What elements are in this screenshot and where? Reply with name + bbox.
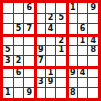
cell-r2c7[interactable] (67, 14, 77, 24)
cell-r9c1[interactable]: 1 (3, 88, 13, 98)
cell-r2c3[interactable] (24, 14, 34, 24)
cell-r8c3[interactable] (24, 78, 34, 88)
cell-r1c3[interactable]: 6 (24, 3, 34, 13)
cell-r8c4[interactable]: 3 (35, 78, 45, 88)
cell-r3c5[interactable]: 4 (46, 24, 56, 34)
cell-r3c3[interactable]: 7 (24, 24, 34, 34)
cell-r3c9[interactable] (88, 24, 98, 34)
cell-r1c8[interactable] (78, 3, 88, 13)
cell-r9c2[interactable] (14, 88, 24, 98)
cell-r3c8[interactable]: 6 (78, 24, 88, 34)
sudoku-board: 6192557462145918327619439198 (0, 0, 101, 101)
cell-r4c8[interactable]: 1 (78, 35, 88, 45)
cell-r1c6[interactable] (56, 3, 66, 13)
cell-r6c2[interactable]: 2 (14, 56, 24, 66)
cell-r7c3[interactable] (24, 67, 34, 77)
cell-r4c4[interactable] (35, 35, 45, 45)
cell-r7c1[interactable] (3, 67, 13, 77)
cell-r1c1[interactable] (3, 3, 13, 13)
cell-r4c5[interactable] (46, 35, 56, 45)
cell-r1c2[interactable] (14, 3, 24, 13)
cell-r7c8[interactable]: 4 (78, 67, 88, 77)
cell-r4c3[interactable] (24, 35, 34, 45)
cell-r5c7[interactable] (67, 46, 77, 56)
cell-r9c9[interactable] (88, 88, 98, 98)
cell-r4c1[interactable] (3, 35, 13, 45)
cell-r3c4[interactable] (35, 24, 45, 34)
cell-r2c2[interactable] (14, 14, 24, 24)
cell-r2c5[interactable]: 2 (46, 14, 56, 24)
cell-r7c9[interactable] (88, 67, 98, 77)
cell-r8c5[interactable]: 9 (46, 78, 56, 88)
cell-r6c6[interactable] (56, 56, 66, 66)
cell-r6c8[interactable] (78, 56, 88, 66)
cell-r7c6[interactable] (56, 67, 66, 77)
cell-r8c1[interactable] (3, 78, 13, 88)
cell-r3c6[interactable] (56, 24, 66, 34)
cell-r9c8[interactable] (78, 88, 88, 98)
cell-r4c7[interactable] (67, 35, 77, 45)
cell-r8c9[interactable] (88, 78, 98, 88)
cell-r2c6[interactable]: 5 (56, 14, 66, 24)
cell-r7c4[interactable] (35, 67, 45, 77)
cell-r7c2[interactable]: 6 (14, 67, 24, 77)
cell-r1c5[interactable] (46, 3, 56, 13)
cell-r5c1[interactable]: 5 (3, 46, 13, 56)
cell-r3c2[interactable]: 5 (14, 24, 24, 34)
cell-r6c7[interactable] (67, 56, 77, 66)
cell-r8c7[interactable] (67, 78, 77, 88)
cell-r6c5[interactable] (46, 56, 56, 66)
cell-r6c3[interactable] (24, 56, 34, 66)
cell-r3c1[interactable] (3, 24, 13, 34)
cell-r8c6[interactable] (56, 78, 66, 88)
cell-r7c7[interactable]: 9 (67, 67, 77, 77)
cell-r2c1[interactable] (3, 14, 13, 24)
cell-r6c4[interactable]: 7 (35, 56, 45, 66)
cell-r4c9[interactable]: 4 (88, 35, 98, 45)
cell-r9c3[interactable]: 9 (24, 88, 34, 98)
cell-r8c8[interactable] (78, 78, 88, 88)
cell-r4c2[interactable] (14, 35, 24, 45)
cell-r1c9[interactable]: 9 (88, 3, 98, 13)
cell-r3c7[interactable] (67, 24, 77, 34)
cell-r5c9[interactable]: 8 (88, 46, 98, 56)
cell-r9c7[interactable]: 8 (67, 88, 77, 98)
cell-r9c5[interactable] (46, 88, 56, 98)
cell-r7c5[interactable]: 1 (46, 67, 56, 77)
cell-r2c9[interactable] (88, 14, 98, 24)
cell-r6c9[interactable] (88, 56, 98, 66)
cell-r2c8[interactable] (78, 14, 88, 24)
cell-r1c7[interactable]: 1 (67, 3, 77, 13)
cell-r5c6[interactable]: 1 (56, 46, 66, 56)
cell-r5c3[interactable] (24, 46, 34, 56)
cell-r1c4[interactable] (35, 3, 45, 13)
cell-r6c1[interactable]: 3 (3, 56, 13, 66)
cell-r9c6[interactable] (56, 88, 66, 98)
cell-r5c2[interactable] (14, 46, 24, 56)
cell-r5c8[interactable] (78, 46, 88, 56)
cell-r2c4[interactable] (35, 14, 45, 24)
cell-r4c6[interactable]: 2 (56, 35, 66, 45)
cell-r8c2[interactable] (14, 78, 24, 88)
cell-r5c4[interactable]: 9 (35, 46, 45, 56)
cell-r5c5[interactable] (46, 46, 56, 56)
cell-r9c4[interactable] (35, 88, 45, 98)
